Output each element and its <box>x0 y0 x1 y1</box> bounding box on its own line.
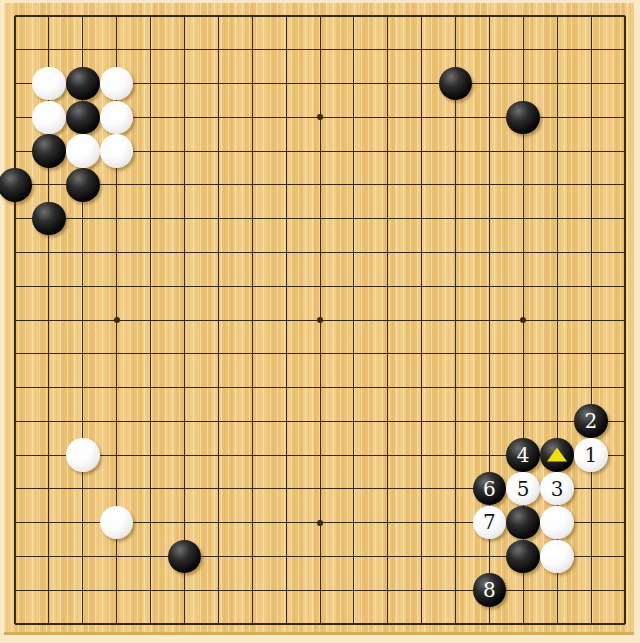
white-stone <box>100 506 134 540</box>
white-stone <box>32 67 66 101</box>
white-stone <box>540 540 574 574</box>
black-stone-marked <box>540 438 574 472</box>
white-stone <box>100 67 134 101</box>
stones-grid: 24165378 <box>0 0 640 641</box>
black-stone-move-4: 4 <box>506 438 540 472</box>
black-stone <box>506 540 540 574</box>
white-stone <box>66 438 100 472</box>
black-stone <box>506 101 540 135</box>
white-stone-move-5: 5 <box>506 472 540 506</box>
black-stone-move-2: 2 <box>574 404 608 438</box>
move-number: 6 <box>473 472 507 506</box>
black-stone-move-6: 6 <box>473 472 507 506</box>
move-number: 8 <box>473 573 507 607</box>
white-stone-move-1: 1 <box>574 438 608 472</box>
black-stone <box>0 168 32 202</box>
black-stone-move-8: 8 <box>473 573 507 607</box>
white-stone <box>32 101 66 135</box>
black-stone <box>439 67 473 101</box>
black-stone <box>506 506 540 540</box>
black-stone <box>168 540 202 574</box>
move-number: 7 <box>473 506 507 540</box>
go-diagram: 24165378 <box>0 0 640 643</box>
white-stone-move-7: 7 <box>473 506 507 540</box>
white-stone <box>540 506 574 540</box>
black-stone <box>66 101 100 135</box>
black-stone <box>66 168 100 202</box>
black-stone <box>66 67 100 101</box>
black-stone <box>32 202 66 236</box>
white-stone <box>66 134 100 168</box>
move-number: 1 <box>574 438 608 472</box>
black-stone <box>32 134 66 168</box>
move-number: 2 <box>574 404 608 438</box>
move-number: 5 <box>506 472 540 506</box>
triangle-marker-icon <box>547 447 567 461</box>
go-board: 24165378 <box>4 3 634 635</box>
move-number: 4 <box>506 438 540 472</box>
white-stone <box>100 134 134 168</box>
white-stone <box>100 101 134 135</box>
white-stone-move-3: 3 <box>540 472 574 506</box>
move-number: 3 <box>540 472 574 506</box>
